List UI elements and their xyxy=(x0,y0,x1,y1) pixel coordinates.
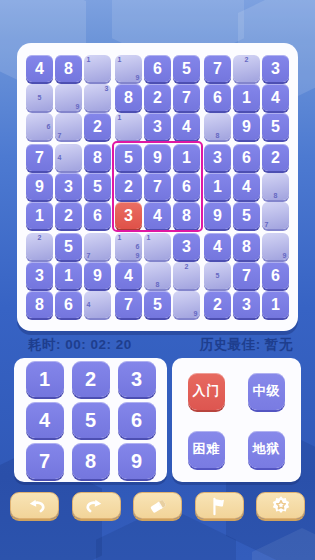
pencil-notes: 4 xyxy=(55,144,82,171)
cell-r6c9[interactable]: 7 xyxy=(262,202,289,229)
cell-r6c7[interactable]: 9 xyxy=(204,202,231,229)
cell-r1c8[interactable]: 2 xyxy=(233,55,260,82)
pencil-notes: 5 xyxy=(26,84,53,111)
pencil-notes: 8 xyxy=(204,113,231,140)
cell-r9c4[interactable]: 7 xyxy=(115,291,142,318)
numpad-3[interactable]: 3 xyxy=(118,361,156,397)
pencil-notes: 9 xyxy=(262,233,289,260)
box-0-1: 1965827134 xyxy=(115,55,200,140)
cell-r3c8[interactable]: 9 xyxy=(233,113,260,140)
cell-r9c8[interactable]: 3 xyxy=(233,291,260,318)
cell-r7c7[interactable]: 4 xyxy=(204,233,231,260)
cell-r3c9[interactable]: 5 xyxy=(262,113,289,140)
cell-r8c9[interactable]: 6 xyxy=(262,262,289,289)
pencil-notes: 6 xyxy=(26,113,53,140)
numpad-8[interactable]: 8 xyxy=(72,443,110,479)
cell-r7c5[interactable]: 1 xyxy=(144,233,171,260)
cell-r8c6[interactable]: 2 xyxy=(173,262,200,289)
best-record-label: 历史最佳: 暂无 xyxy=(200,336,293,354)
cell-r4c5[interactable]: 9 xyxy=(144,144,171,171)
cell-r9c5[interactable]: 5 xyxy=(144,291,171,318)
cell-r4c1[interactable]: 7 xyxy=(26,144,53,171)
cell-r3c1[interactable]: 6 xyxy=(26,113,53,140)
cell-r2c6[interactable]: 7 xyxy=(173,84,200,111)
numpad-9[interactable]: 9 xyxy=(118,443,156,479)
difficulty-hell[interactable]: 地狱 xyxy=(248,431,285,468)
cell-r2c8[interactable]: 1 xyxy=(233,84,260,111)
cell-r9c6[interactable]: 9 xyxy=(173,291,200,318)
cell-r5c3[interactable]: 5 xyxy=(84,173,111,200)
cell-r3c7[interactable]: 8 xyxy=(204,113,231,140)
cell-r6c1[interactable]: 1 xyxy=(26,202,53,229)
flag-icon xyxy=(208,496,230,516)
sudoku-app-screen: 4815936721965827134723614895748935126591… xyxy=(0,0,315,560)
sudoku-grid: 4815936721965827134723614895748935126591… xyxy=(17,43,298,318)
numpad-1[interactable]: 1 xyxy=(26,361,64,397)
cell-r9c2[interactable]: 6 xyxy=(55,291,82,318)
cell-r6c8[interactable]: 5 xyxy=(233,202,260,229)
cell-r4c4[interactable]: 5 xyxy=(115,144,142,171)
cell-r8c5[interactable]: 8 xyxy=(144,262,171,289)
cell-r8c1[interactable]: 3 xyxy=(26,262,53,289)
difficulty-panel: 入门中级困难地狱 xyxy=(172,358,301,482)
pencil-notes: 2 xyxy=(26,233,53,260)
cell-r9c3[interactable]: 4 xyxy=(84,291,111,318)
status-bar: 耗时: 00: 02: 20 历史最佳: 暂无 xyxy=(28,336,293,354)
cell-r6c3[interactable]: 6 xyxy=(84,202,111,229)
cell-r6c5[interactable]: 4 xyxy=(144,202,171,229)
elapsed-time-label: 耗时: 00: 02: 20 xyxy=(28,336,132,354)
cell-r7c2[interactable]: 5 xyxy=(55,233,82,260)
cell-r2c4[interactable]: 8 xyxy=(115,84,142,111)
cell-r4c2[interactable]: 4 xyxy=(55,144,82,171)
number-pad: 123456789 xyxy=(14,358,167,482)
cell-r5c5[interactable]: 7 xyxy=(144,173,171,200)
cell-r8c7[interactable]: 5 xyxy=(204,262,231,289)
cell-r1c4[interactable]: 19 xyxy=(115,55,142,82)
cell-r8c4[interactable]: 4 xyxy=(115,262,142,289)
difficulty-beginner[interactable]: 入门 xyxy=(188,373,225,410)
cell-r7c8[interactable]: 8 xyxy=(233,233,260,260)
pencil-notes: 4 xyxy=(84,291,111,318)
badge-star-icon xyxy=(270,495,292,516)
undo-icon xyxy=(24,496,46,516)
cell-r4c7[interactable]: 3 xyxy=(204,144,231,171)
cell-r4c3[interactable]: 8 xyxy=(84,144,111,171)
box-2-1: 16913482759 xyxy=(115,233,200,318)
pencil-notes: 1 xyxy=(84,55,111,82)
cell-r4c8[interactable]: 6 xyxy=(233,144,260,171)
box-2-0: 257319864 xyxy=(26,233,111,318)
cell-r5c6[interactable]: 6 xyxy=(173,173,200,200)
cell-r1c6[interactable]: 5 xyxy=(173,55,200,82)
eraser-button[interactable] xyxy=(133,492,182,519)
cell-r2c1[interactable]: 5 xyxy=(26,84,53,111)
cell-r7c3[interactable]: 7 xyxy=(84,233,111,260)
cell-r2c2[interactable]: 9 xyxy=(55,84,82,111)
difficulty-hard[interactable]: 困难 xyxy=(188,431,225,468)
cell-r7c4[interactable]: 169 xyxy=(115,233,142,260)
pencil-notes: 169 xyxy=(115,233,142,260)
cell-r3c3[interactable]: 2 xyxy=(84,113,111,140)
redo-button[interactable] xyxy=(72,492,121,519)
cell-r7c9[interactable]: 9 xyxy=(262,233,289,260)
undo-button[interactable] xyxy=(10,492,59,519)
numpad-6[interactable]: 6 xyxy=(118,402,156,438)
cell-r9c7[interactable]: 2 xyxy=(204,291,231,318)
cell-r5c7[interactable]: 1 xyxy=(204,173,231,200)
cell-r1c7[interactable]: 7 xyxy=(204,55,231,82)
pencil-notes: 9 xyxy=(55,84,82,111)
cell-r1c2[interactable]: 8 xyxy=(55,55,82,82)
pencil-notes: 7 xyxy=(262,202,289,229)
numpad-4[interactable]: 4 xyxy=(26,402,64,438)
cell-r4c9[interactable]: 2 xyxy=(262,144,289,171)
numpad-5[interactable]: 5 xyxy=(72,402,110,438)
bottom-toolbar xyxy=(10,492,305,519)
cell-r4c6[interactable]: 1 xyxy=(173,144,200,171)
box-1-0: 748935126 xyxy=(26,144,111,229)
cell-r2c7[interactable]: 6 xyxy=(204,84,231,111)
cell-r1c9[interactable]: 3 xyxy=(262,55,289,82)
cell-r6c2[interactable]: 2 xyxy=(55,202,82,229)
redo-icon xyxy=(85,496,107,516)
cell-r2c5[interactable]: 2 xyxy=(144,84,171,111)
cell-r2c9[interactable]: 4 xyxy=(262,84,289,111)
pencil-notes: 7 xyxy=(84,233,111,260)
cell-r3c4[interactable]: 1 xyxy=(115,113,142,140)
numpad-7[interactable]: 7 xyxy=(26,443,64,479)
cell-r8c3[interactable]: 9 xyxy=(84,262,111,289)
cell-r5c9[interactable]: 8 xyxy=(262,173,289,200)
pencil-notes: 7 xyxy=(55,113,82,140)
cell-r2c3[interactable]: 3 xyxy=(84,84,111,111)
cell-r7c6[interactable]: 3 xyxy=(173,233,200,260)
pencil-notes: 8 xyxy=(144,262,171,289)
cell-r7c1[interactable]: 2 xyxy=(26,233,53,260)
cell-r1c3[interactable]: 1 xyxy=(84,55,111,82)
pencil-notes: 1 xyxy=(144,233,171,260)
cell-r5c4[interactable]: 2 xyxy=(115,173,142,200)
cell-r1c1[interactable]: 4 xyxy=(26,55,53,82)
pencil-notes: 19 xyxy=(115,55,142,82)
cell-r6c6[interactable]: 8 xyxy=(173,202,200,229)
cell-r3c6[interactable]: 4 xyxy=(173,113,200,140)
difficulty-intermediate[interactable]: 中级 xyxy=(248,373,285,410)
cell-r5c8[interactable]: 4 xyxy=(233,173,260,200)
box-1-1: 591276348 xyxy=(115,144,200,229)
eraser-icon xyxy=(147,496,169,516)
cell-r8c8[interactable]: 7 xyxy=(233,262,260,289)
cell-r5c1[interactable]: 9 xyxy=(26,173,53,200)
pencil-notes: 9 xyxy=(173,291,200,318)
sudoku-board-panel: 4815936721965827134723614895748935126591… xyxy=(17,43,298,331)
flag-button[interactable] xyxy=(195,492,244,519)
cell-r9c9[interactable]: 1 xyxy=(262,291,289,318)
pencil-notes: 2 xyxy=(173,262,200,289)
box-0-2: 723614895 xyxy=(204,55,289,140)
cell-r5c2[interactable]: 3 xyxy=(55,173,82,200)
cell-r3c2[interactable]: 7 xyxy=(55,113,82,140)
pencil-notes: 8 xyxy=(262,173,289,200)
cell-r1c5[interactable]: 6 xyxy=(144,55,171,82)
cell-r3c5[interactable]: 3 xyxy=(144,113,171,140)
numpad-2[interactable]: 2 xyxy=(72,361,110,397)
box-0-0: 481593672 xyxy=(26,55,111,140)
cell-r6c4[interactable]: 3 xyxy=(115,202,142,229)
achievement-button[interactable] xyxy=(256,492,305,519)
pencil-notes: 2 xyxy=(233,55,260,82)
cell-r9c1[interactable]: 8 xyxy=(26,291,53,318)
box-1-2: 362148957 xyxy=(204,144,289,229)
pencil-notes: 1 xyxy=(115,113,142,140)
box-2-2: 489576231 xyxy=(204,233,289,318)
cell-r8c2[interactable]: 1 xyxy=(55,262,82,289)
pencil-notes: 3 xyxy=(84,84,111,111)
pencil-notes: 5 xyxy=(204,262,231,289)
